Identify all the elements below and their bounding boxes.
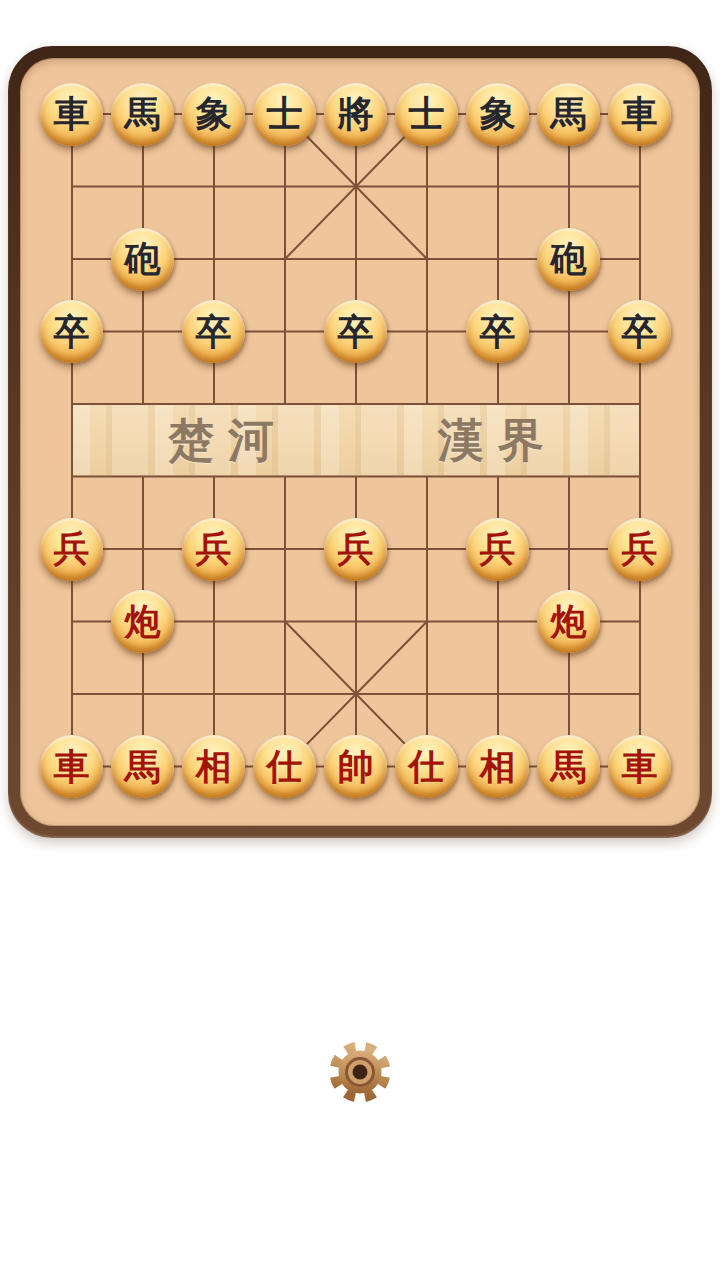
piece-glyph: 車: [622, 748, 658, 784]
gear-icon: [325, 1037, 395, 1107]
piece-black-soldier[interactable]: 卒: [608, 300, 671, 363]
piece-red-soldier[interactable]: 兵: [40, 518, 103, 581]
point-b2: 砲: [107, 223, 178, 296]
board-surface: 楚河 漢界 車馬象士將士象馬車砲砲卒卒卒卒卒兵兵兵兵兵炮炮車馬相仕帥仕相馬車: [20, 58, 700, 826]
point-f7: [391, 586, 462, 659]
piece-black-soldier[interactable]: 卒: [40, 300, 103, 363]
point-h1: [533, 151, 604, 224]
board-grid: 車馬象士將士象馬車砲砲卒卒卒卒卒兵兵兵兵兵炮炮車馬相仕帥仕相馬車: [36, 78, 675, 803]
piece-black-cannon[interactable]: 砲: [537, 228, 600, 291]
point-e2: [320, 223, 391, 296]
point-h8: [533, 658, 604, 731]
piece-red-chariot[interactable]: 車: [40, 735, 103, 798]
xiangqi-board-frame: 楚河 漢界 車馬象士將士象馬車砲砲卒卒卒卒卒兵兵兵兵兵炮炮車馬相仕帥仕相馬車: [8, 46, 712, 838]
piece-black-cannon[interactable]: 砲: [111, 228, 174, 291]
piece-glyph: 將: [338, 95, 374, 131]
piece-red-cannon[interactable]: 炮: [537, 590, 600, 653]
point-e9: 帥: [320, 731, 391, 804]
point-h9: 馬: [533, 731, 604, 804]
point-d1: [249, 151, 320, 224]
point-b9: 馬: [107, 731, 178, 804]
piece-glyph: 馬: [551, 748, 587, 784]
point-e5: [320, 441, 391, 514]
point-d4: [249, 368, 320, 441]
point-d3: [249, 296, 320, 369]
piece-glyph: 兵: [480, 530, 516, 566]
piece-black-general[interactable]: 將: [324, 83, 387, 146]
point-a7: [36, 586, 107, 659]
point-e4: [320, 368, 391, 441]
piece-glyph: 卒: [196, 313, 232, 349]
point-f1: [391, 151, 462, 224]
point-e8: [320, 658, 391, 731]
point-c8: [178, 658, 249, 731]
piece-black-horse[interactable]: 馬: [111, 83, 174, 146]
piece-red-soldier[interactable]: 兵: [466, 518, 529, 581]
point-h7: 炮: [533, 586, 604, 659]
piece-black-soldier[interactable]: 卒: [466, 300, 529, 363]
point-b7: 炮: [107, 586, 178, 659]
point-f6: [391, 513, 462, 586]
piece-black-advisor[interactable]: 士: [395, 83, 458, 146]
piece-red-horse[interactable]: 馬: [111, 735, 174, 798]
point-i5: [604, 441, 675, 514]
piece-glyph: 馬: [551, 95, 587, 131]
piece-glyph: 馬: [125, 748, 161, 784]
point-d2: [249, 223, 320, 296]
point-c0: 象: [178, 78, 249, 151]
point-d6: [249, 513, 320, 586]
piece-glyph: 仕: [409, 748, 445, 784]
point-e0: 將: [320, 78, 391, 151]
piece-black-advisor[interactable]: 士: [253, 83, 316, 146]
point-i1: [604, 151, 675, 224]
point-a3: 卒: [36, 296, 107, 369]
point-f5: [391, 441, 462, 514]
point-e7: [320, 586, 391, 659]
piece-glyph: 炮: [125, 603, 161, 639]
piece-glyph: 砲: [551, 240, 587, 276]
piece-glyph: 車: [54, 95, 90, 131]
piece-red-horse[interactable]: 馬: [537, 735, 600, 798]
point-a4: [36, 368, 107, 441]
point-c4: [178, 368, 249, 441]
piece-glyph: 兵: [622, 530, 658, 566]
piece-black-horse[interactable]: 馬: [537, 83, 600, 146]
point-f0: 士: [391, 78, 462, 151]
point-a8: [36, 658, 107, 731]
piece-red-chariot[interactable]: 車: [608, 735, 671, 798]
point-b3: [107, 296, 178, 369]
piece-glyph: 兵: [338, 530, 374, 566]
point-g7: [462, 586, 533, 659]
piece-glyph: 士: [267, 95, 303, 131]
point-f3: [391, 296, 462, 369]
point-g9: 相: [462, 731, 533, 804]
point-b8: [107, 658, 178, 731]
piece-glyph: 仕: [267, 748, 303, 784]
point-b5: [107, 441, 178, 514]
piece-glyph: 象: [480, 95, 516, 131]
piece-glyph: 卒: [54, 313, 90, 349]
piece-red-soldier[interactable]: 兵: [182, 518, 245, 581]
settings-button[interactable]: [325, 1037, 395, 1107]
point-e3: 卒: [320, 296, 391, 369]
point-i3: 卒: [604, 296, 675, 369]
piece-glyph: 炮: [551, 603, 587, 639]
piece-glyph: 兵: [196, 530, 232, 566]
point-h2: 砲: [533, 223, 604, 296]
point-b1: [107, 151, 178, 224]
piece-glyph: 卒: [480, 313, 516, 349]
piece-glyph: 卒: [622, 313, 658, 349]
point-a2: [36, 223, 107, 296]
piece-red-elephant[interactable]: 相: [466, 735, 529, 798]
piece-red-soldier[interactable]: 兵: [608, 518, 671, 581]
point-i8: [604, 658, 675, 731]
point-f2: [391, 223, 462, 296]
point-a9: 車: [36, 731, 107, 804]
point-b6: [107, 513, 178, 586]
piece-glyph: 士: [409, 95, 445, 131]
point-a6: 兵: [36, 513, 107, 586]
piece-glyph: 車: [622, 95, 658, 131]
piece-glyph: 車: [54, 748, 90, 784]
piece-glyph: 相: [196, 748, 232, 784]
point-f4: [391, 368, 462, 441]
point-g8: [462, 658, 533, 731]
point-c2: [178, 223, 249, 296]
point-h5: [533, 441, 604, 514]
piece-glyph: 兵: [54, 530, 90, 566]
point-d7: [249, 586, 320, 659]
piece-glyph: 帥: [338, 748, 374, 784]
piece-red-soldier[interactable]: 兵: [324, 518, 387, 581]
point-i9: 車: [604, 731, 675, 804]
piece-red-cannon[interactable]: 炮: [111, 590, 174, 653]
piece-red-general[interactable]: 帥: [324, 735, 387, 798]
point-i2: [604, 223, 675, 296]
point-h3: [533, 296, 604, 369]
point-i4: [604, 368, 675, 441]
point-g5: [462, 441, 533, 514]
point-c7: [178, 586, 249, 659]
point-b0: 馬: [107, 78, 178, 151]
point-d8: [249, 658, 320, 731]
point-g6: 兵: [462, 513, 533, 586]
point-d5: [249, 441, 320, 514]
piece-black-chariot[interactable]: 車: [608, 83, 671, 146]
point-i0: 車: [604, 78, 675, 151]
point-i6: 兵: [604, 513, 675, 586]
point-g4: [462, 368, 533, 441]
point-d0: 士: [249, 78, 320, 151]
point-h6: [533, 513, 604, 586]
piece-red-advisor[interactable]: 仕: [253, 735, 316, 798]
point-h0: 馬: [533, 78, 604, 151]
point-b4: [107, 368, 178, 441]
point-c6: 兵: [178, 513, 249, 586]
point-f8: [391, 658, 462, 731]
point-g0: 象: [462, 78, 533, 151]
piece-glyph: 象: [196, 95, 232, 131]
point-h4: [533, 368, 604, 441]
piece-glyph: 卒: [338, 313, 374, 349]
piece-glyph: 相: [480, 748, 516, 784]
piece-black-elephant[interactable]: 象: [466, 83, 529, 146]
piece-black-elephant[interactable]: 象: [182, 83, 245, 146]
point-i7: [604, 586, 675, 659]
piece-red-advisor[interactable]: 仕: [395, 735, 458, 798]
piece-black-chariot[interactable]: 車: [40, 83, 103, 146]
piece-red-elephant[interactable]: 相: [182, 735, 245, 798]
point-d9: 仕: [249, 731, 320, 804]
point-e1: [320, 151, 391, 224]
piece-glyph: 馬: [125, 95, 161, 131]
point-c1: [178, 151, 249, 224]
point-c5: [178, 441, 249, 514]
point-g3: 卒: [462, 296, 533, 369]
point-f9: 仕: [391, 731, 462, 804]
point-a0: 車: [36, 78, 107, 151]
point-a5: [36, 441, 107, 514]
point-e6: 兵: [320, 513, 391, 586]
piece-glyph: 砲: [125, 240, 161, 276]
piece-black-soldier[interactable]: 卒: [182, 300, 245, 363]
piece-black-soldier[interactable]: 卒: [324, 300, 387, 363]
point-a1: [36, 151, 107, 224]
point-c3: 卒: [178, 296, 249, 369]
point-g1: [462, 151, 533, 224]
point-g2: [462, 223, 533, 296]
point-c9: 相: [178, 731, 249, 804]
